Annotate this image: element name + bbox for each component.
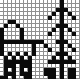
empty-cell[interactable]: [76, 76, 80, 79]
nonogram-board: [0, 0, 80, 79]
